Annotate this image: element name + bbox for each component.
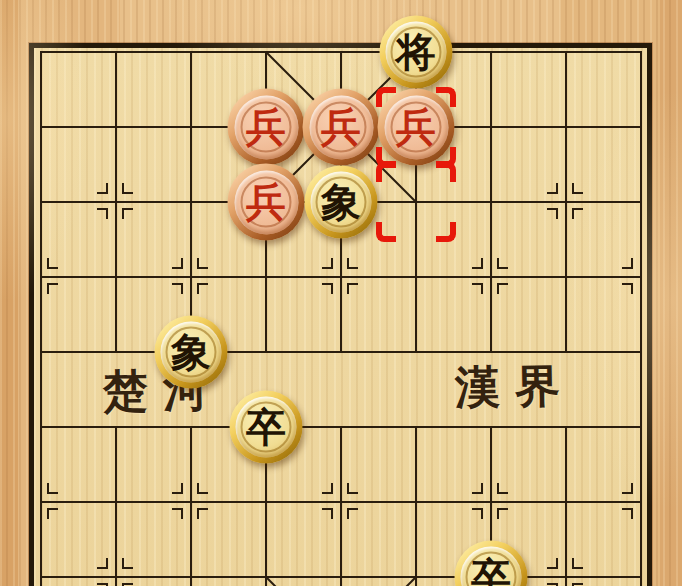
piece-black-elephant[interactable]: 象 xyxy=(305,166,378,239)
point-marker xyxy=(47,258,58,269)
point-marker xyxy=(97,208,108,219)
piece-red-soldier[interactable]: 兵 xyxy=(228,164,305,241)
piece-rim: 卒 xyxy=(461,547,522,586)
point-marker xyxy=(322,283,333,294)
piece-character: 兵 xyxy=(396,106,436,146)
point-marker xyxy=(347,483,358,494)
point-marker xyxy=(322,508,333,519)
piece-character: 象 xyxy=(171,331,211,371)
river-label-right: 漢界 xyxy=(454,356,575,418)
piece-black-elephant[interactable]: 象 xyxy=(155,316,228,389)
point-marker xyxy=(497,483,508,494)
point-marker xyxy=(622,483,633,494)
piece-face: 兵 xyxy=(241,102,292,153)
move-marker-corner xyxy=(436,87,456,107)
point-marker xyxy=(472,508,483,519)
piece-character: 兵 xyxy=(321,106,361,146)
point-marker xyxy=(322,483,333,494)
point-marker xyxy=(497,258,508,269)
point-marker xyxy=(122,183,133,194)
piece-rim: 象 xyxy=(161,322,222,383)
point-marker xyxy=(122,208,133,219)
grid-line-file-2-bottom xyxy=(190,426,192,586)
point-marker xyxy=(497,283,508,294)
point-marker xyxy=(472,483,483,494)
piece-face: 象 xyxy=(316,177,367,228)
point-marker xyxy=(97,558,108,569)
point-marker xyxy=(497,508,508,519)
point-marker xyxy=(197,258,208,269)
piece-rim: 兵 xyxy=(234,170,298,234)
piece-rim: 卒 xyxy=(236,397,297,458)
piece-black-general[interactable]: 将 xyxy=(380,16,453,89)
point-marker xyxy=(172,283,183,294)
piece-face: 兵 xyxy=(391,102,442,153)
piece-red-soldier[interactable]: 兵 xyxy=(303,89,380,166)
point-marker xyxy=(472,283,483,294)
piece-red-soldier[interactable]: 兵 xyxy=(228,89,305,166)
grid-line-file-7-bottom xyxy=(565,426,567,586)
point-marker xyxy=(572,183,583,194)
point-marker xyxy=(47,508,58,519)
point-marker xyxy=(572,208,583,219)
grid-line-file-2-top xyxy=(190,51,192,353)
piece-rim: 将 xyxy=(386,22,447,83)
piece-face: 将 xyxy=(391,27,442,78)
piece-rim: 象 xyxy=(311,172,372,233)
piece-face: 象 xyxy=(166,327,217,378)
point-marker xyxy=(197,483,208,494)
point-marker xyxy=(197,508,208,519)
piece-face: 兵 xyxy=(241,177,292,228)
point-marker xyxy=(547,558,558,569)
point-marker xyxy=(622,508,633,519)
piece-face: 卒 xyxy=(241,402,292,453)
point-marker xyxy=(347,283,358,294)
grid-line-file-0 xyxy=(40,51,42,586)
piece-character: 象 xyxy=(321,181,361,221)
grid-line-file-6-top xyxy=(490,51,492,353)
grid-line-file-4-bottom xyxy=(340,426,342,586)
grid-line-file-1-top xyxy=(115,51,117,353)
point-marker xyxy=(122,558,133,569)
piece-rim: 兵 xyxy=(309,95,373,159)
piece-black-soldier[interactable]: 卒 xyxy=(230,391,303,464)
piece-black-soldier[interactable]: 卒 xyxy=(455,541,528,586)
grid-line-file-8 xyxy=(640,51,642,586)
move-marker-corner xyxy=(436,222,456,242)
point-marker xyxy=(322,258,333,269)
point-marker xyxy=(172,258,183,269)
piece-character: 将 xyxy=(396,31,436,71)
piece-character: 卒 xyxy=(246,406,286,446)
grid-line-file-1-bottom xyxy=(115,426,117,586)
point-marker xyxy=(622,258,633,269)
point-marker xyxy=(547,183,558,194)
piece-rim: 兵 xyxy=(234,95,298,159)
point-marker xyxy=(47,483,58,494)
point-marker xyxy=(472,258,483,269)
point-marker xyxy=(47,283,58,294)
grid-line-file-7-top xyxy=(565,51,567,353)
point-marker xyxy=(172,508,183,519)
grid-line-file-5-bottom xyxy=(415,426,417,586)
point-marker xyxy=(547,208,558,219)
piece-character: 兵 xyxy=(246,181,286,221)
point-marker xyxy=(572,558,583,569)
move-marker-corner xyxy=(376,87,396,107)
point-marker xyxy=(347,508,358,519)
piece-face: 卒 xyxy=(466,552,517,586)
piece-character: 兵 xyxy=(246,106,286,146)
point-marker xyxy=(347,258,358,269)
xiangqi-board[interactable]: 楚河 漢界 将兵兵兵兵象象卒卒 xyxy=(0,0,682,586)
point-marker xyxy=(97,183,108,194)
move-marker-corner xyxy=(436,162,456,182)
piece-face: 兵 xyxy=(316,102,367,153)
move-marker-corner xyxy=(376,162,396,182)
point-marker xyxy=(622,283,633,294)
xiangqi-app: 楚河 漢界 将兵兵兵兵象象卒卒 xyxy=(0,0,682,586)
point-marker xyxy=(172,483,183,494)
point-marker xyxy=(197,283,208,294)
piece-character: 卒 xyxy=(471,556,511,586)
move-marker-corner xyxy=(376,222,396,242)
